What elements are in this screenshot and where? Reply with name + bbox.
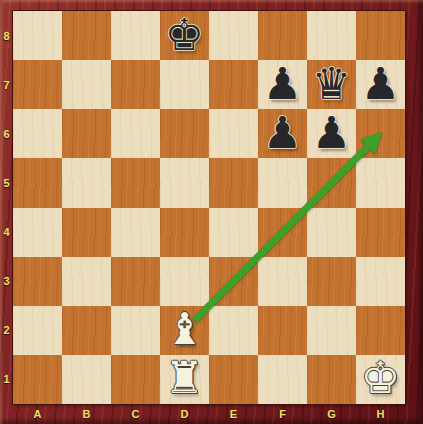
square-c2[interactable] xyxy=(111,306,160,355)
rank-labels: 87654321 xyxy=(0,11,13,404)
file-labels: ABCDEFGH xyxy=(13,404,405,424)
file-label-e: E xyxy=(209,404,258,424)
rank-label-4: 4 xyxy=(0,208,13,257)
square-f4[interactable] xyxy=(258,208,307,257)
square-g3[interactable] xyxy=(307,257,356,306)
square-a3[interactable] xyxy=(13,257,62,306)
square-f2[interactable] xyxy=(258,306,307,355)
square-h6[interactable] xyxy=(356,109,405,158)
square-g7[interactable]: ♛ xyxy=(307,60,356,109)
square-e3[interactable] xyxy=(209,257,258,306)
square-c8[interactable] xyxy=(111,11,160,60)
square-d8[interactable]: ♚ xyxy=(160,11,209,60)
square-a5[interactable] xyxy=(13,158,62,207)
square-f7[interactable]: ♟ xyxy=(258,60,307,109)
square-e7[interactable] xyxy=(209,60,258,109)
square-f3[interactable] xyxy=(258,257,307,306)
square-h1[interactable]: ♚ xyxy=(356,355,405,404)
black-pawn-piece[interactable]: ♟ xyxy=(312,111,351,155)
square-g5[interactable] xyxy=(307,158,356,207)
square-c5[interactable] xyxy=(111,158,160,207)
square-d7[interactable] xyxy=(160,60,209,109)
square-g8[interactable] xyxy=(307,11,356,60)
square-b1[interactable] xyxy=(62,355,111,404)
black-pawn-piece[interactable]: ♟ xyxy=(263,111,302,155)
file-label-d: D xyxy=(160,404,209,424)
square-d2[interactable]: ♝ xyxy=(160,306,209,355)
file-label-h: H xyxy=(356,404,405,424)
rank-label-8: 8 xyxy=(0,11,13,60)
rank-label-5: 5 xyxy=(0,158,13,207)
file-label-a: A xyxy=(13,404,62,424)
black-queen-piece[interactable]: ♛ xyxy=(312,62,351,106)
square-b2[interactable] xyxy=(62,306,111,355)
square-h4[interactable] xyxy=(356,208,405,257)
square-e1[interactable] xyxy=(209,355,258,404)
square-b6[interactable] xyxy=(62,109,111,158)
square-e8[interactable] xyxy=(209,11,258,60)
black-pawn-piece[interactable]: ♟ xyxy=(361,62,400,106)
square-h3[interactable] xyxy=(356,257,405,306)
square-e2[interactable] xyxy=(209,306,258,355)
square-c7[interactable] xyxy=(111,60,160,109)
square-c1[interactable] xyxy=(111,355,160,404)
square-d3[interactable] xyxy=(160,257,209,306)
board-squares: ♚♟♛♟♟♟♝♜♚ xyxy=(13,11,405,404)
rank-label-7: 7 xyxy=(0,60,13,109)
square-g4[interactable] xyxy=(307,208,356,257)
square-g1[interactable] xyxy=(307,355,356,404)
square-g2[interactable] xyxy=(307,306,356,355)
square-d6[interactable] xyxy=(160,109,209,158)
square-a2[interactable] xyxy=(13,306,62,355)
file-label-b: B xyxy=(62,404,111,424)
file-label-f: F xyxy=(258,404,307,424)
square-e5[interactable] xyxy=(209,158,258,207)
file-label-g: G xyxy=(307,404,356,424)
square-d5[interactable] xyxy=(160,158,209,207)
chess-board: ♚♟♛♟♟♟♝♜♚ 87654321 ABCDEFGH xyxy=(0,0,423,424)
square-f1[interactable] xyxy=(258,355,307,404)
square-b5[interactable] xyxy=(62,158,111,207)
rank-label-6: 6 xyxy=(0,109,13,158)
square-e4[interactable] xyxy=(209,208,258,257)
square-c6[interactable] xyxy=(111,109,160,158)
rank-label-3: 3 xyxy=(0,257,13,306)
black-king-piece[interactable]: ♚ xyxy=(165,13,204,57)
square-b7[interactable] xyxy=(62,60,111,109)
rank-label-1: 1 xyxy=(0,355,13,404)
square-e6[interactable] xyxy=(209,109,258,158)
square-a1[interactable] xyxy=(13,355,62,404)
square-d1[interactable]: ♜ xyxy=(160,355,209,404)
square-f5[interactable] xyxy=(258,158,307,207)
rank-label-2: 2 xyxy=(0,306,13,355)
white-bishop-piece[interactable]: ♝ xyxy=(165,307,204,351)
square-a4[interactable] xyxy=(13,208,62,257)
square-h2[interactable] xyxy=(356,306,405,355)
square-a8[interactable] xyxy=(13,11,62,60)
square-c3[interactable] xyxy=(111,257,160,306)
white-king-piece[interactable]: ♚ xyxy=(361,356,400,400)
square-b4[interactable] xyxy=(62,208,111,257)
file-label-c: C xyxy=(111,404,160,424)
square-f8[interactable] xyxy=(258,11,307,60)
square-h8[interactable] xyxy=(356,11,405,60)
square-f6[interactable]: ♟ xyxy=(258,109,307,158)
square-a7[interactable] xyxy=(13,60,62,109)
square-d4[interactable] xyxy=(160,208,209,257)
square-h7[interactable]: ♟ xyxy=(356,60,405,109)
square-g6[interactable]: ♟ xyxy=(307,109,356,158)
square-b8[interactable] xyxy=(62,11,111,60)
white-rook-piece[interactable]: ♜ xyxy=(165,356,204,400)
black-pawn-piece[interactable]: ♟ xyxy=(263,62,302,106)
square-h5[interactable] xyxy=(356,158,405,207)
square-a6[interactable] xyxy=(13,109,62,158)
square-b3[interactable] xyxy=(62,257,111,306)
square-c4[interactable] xyxy=(111,208,160,257)
